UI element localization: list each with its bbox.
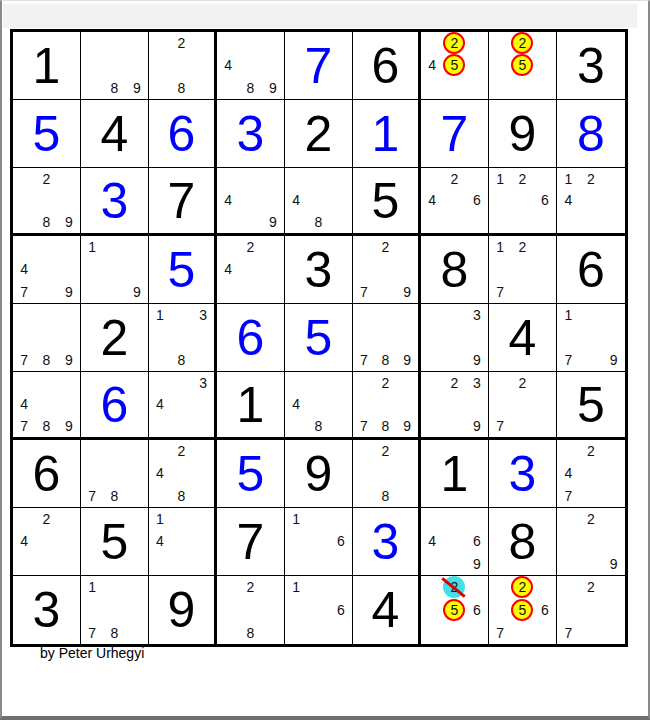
empty-candidate-slot [602,190,625,212]
empty-candidate-slot [35,326,57,348]
empty-candidate-slot [239,190,261,212]
candidate-2[interactable]: 2 [511,372,533,394]
candidate-3[interactable]: 3 [466,304,488,326]
cell-r9c4[interactable]: 28 [217,576,285,644]
cell-r5c8[interactable]: 4 [489,304,557,372]
empty-candidate-slot [35,258,57,280]
given-digit: 3 [285,236,352,303]
candidate-9[interactable]: 9 [466,349,488,371]
empty-candidate-slot [192,349,214,371]
empty-candidate-slot [149,415,171,437]
empty-candidate-slot [103,462,125,484]
empty-candidate-slot [375,326,397,348]
cell-r7c5[interactable]: 9 [285,440,353,508]
cell-r5c1[interactable]: 789 [13,304,81,372]
candidate-9[interactable]: 9 [58,349,80,371]
candidate-4[interactable]: 4 [13,530,35,552]
empty-candidate-slot [557,530,580,552]
empty-candidate-slot [466,394,488,416]
given-digit: 5 [353,168,418,233]
candidate-4[interactable]: 4 [557,190,580,212]
empty-candidate-slot [330,372,352,394]
cell-r6c5[interactable]: 48 [285,372,353,440]
cell-r7c8[interactable]: 3 [489,440,557,508]
cell-r7c9[interactable]: 247 [557,440,625,508]
empty-candidate-slot [375,304,397,326]
candidate-4[interactable]: 4 [217,54,239,76]
candidate-7[interactable]: 7 [81,485,103,507]
candidate-grid: 124 [557,168,625,233]
empty-candidate-slot [330,190,352,212]
cell-r1c1[interactable]: 1 [13,32,81,100]
highlighted-candidate-5[interactable]: 5 [511,599,533,621]
cell-r9c5[interactable]: 16 [285,576,353,644]
candidate-8[interactable]: 8 [35,415,57,437]
cell-r1c4[interactable]: 489 [217,32,285,100]
candidate-8[interactable]: 8 [103,485,125,507]
candidate-4[interactable]: 4 [421,530,443,552]
empty-candidate-slot [239,599,261,622]
candidate-2[interactable]: 2 [580,168,603,190]
empty-candidate-slot [330,394,352,416]
candidate-7[interactable]: 7 [557,349,580,371]
candidate-4[interactable]: 4 [421,54,443,76]
cell-r5c9[interactable]: 179 [557,304,625,372]
cell-r3c6[interactable]: 5 [353,168,421,236]
cell-r7c6[interactable]: 28 [353,440,421,508]
candidate-2[interactable]: 2 [171,440,193,462]
highlighted-candidate-5[interactable]: 5 [511,54,533,76]
empty-candidate-slot [602,621,625,644]
empty-candidate-slot [534,258,556,280]
solved-digit: 6 [217,304,284,371]
candidate-1[interactable]: 1 [489,236,511,258]
empty-candidate-slot [285,621,307,644]
empty-candidate-slot [58,190,80,212]
candidate-2[interactable]: 2 [239,576,261,599]
candidate-2[interactable]: 2 [239,236,261,258]
empty-candidate-slot [13,372,35,394]
candidate-2[interactable]: 2 [443,372,465,394]
cell-r1c5[interactable]: 7 [285,32,353,100]
candidate-6[interactable]: 6 [330,599,352,622]
candidate-8[interactable]: 8 [375,349,397,371]
candidate-grid: 479 [13,236,80,303]
candidate-9[interactable]: 9 [466,553,488,575]
cell-r6c9[interactable]: 5 [557,372,625,440]
candidate-8[interactable]: 8 [35,211,57,233]
empty-candidate-slot [466,576,488,599]
cell-r8c2[interactable]: 5 [81,508,149,576]
empty-candidate-slot [126,32,148,54]
empty-candidate-slot [149,372,171,394]
empty-candidate-slot [58,530,80,552]
candidate-4[interactable]: 4 [217,190,239,212]
empty-candidate-slot [285,553,307,575]
candidate-7[interactable]: 7 [13,281,35,303]
cell-r9c3[interactable]: 9 [149,576,217,644]
given-digit: 1 [217,372,284,437]
empty-candidate-slot [396,304,418,326]
cell-r6c2[interactable]: 6 [81,372,149,440]
candidate-8[interactable]: 8 [307,415,329,437]
cell-r1c7[interactable]: 245 [421,32,489,100]
cell-r7c4[interactable]: 5 [217,440,285,508]
cell-r8c9[interactable]: 29 [557,508,625,576]
cell-r6c6[interactable]: 2789 [353,372,421,440]
empty-candidate-slot [171,326,193,348]
empty-candidate-slot [511,211,533,233]
candidate-grid: 256 [421,576,488,644]
empty-candidate-slot [81,281,103,303]
given-digit: 6 [353,32,418,99]
cell-r6c7[interactable]: 239 [421,372,489,440]
candidate-grid: 48 [285,372,352,437]
empty-candidate-slot [307,553,329,575]
cell-r3c2[interactable]: 3 [81,168,149,236]
candidate-grid: 789 [13,304,80,371]
candidate-9[interactable]: 9 [126,77,148,99]
cell-r4c2[interactable]: 19 [81,236,149,304]
candidate-9[interactable]: 9 [58,211,80,233]
cell-r5c7[interactable]: 39 [421,304,489,372]
empty-candidate-slot [262,281,284,303]
empty-candidate-slot [58,236,80,258]
cell-r6c3[interactable]: 34 [149,372,217,440]
candidate-8[interactable]: 8 [307,211,329,233]
candidate-grid: 239 [421,372,488,437]
candidate-3[interactable]: 3 [192,372,214,394]
candidate-9[interactable]: 9 [126,281,148,303]
empty-candidate-slot [557,553,580,575]
cell-r2c6[interactable]: 1 [353,100,421,168]
candidate-2[interactable]: 2 [443,168,465,190]
empty-candidate-slot [149,32,171,54]
empty-candidate-slot [443,77,465,99]
cell-r2c5[interactable]: 2 [285,100,353,168]
highlighted-candidate-5[interactable]: 5 [443,54,465,76]
empty-candidate-slot [443,553,465,575]
empty-candidate-slot [58,372,80,394]
candidate-8[interactable]: 8 [239,621,261,644]
candidate-9[interactable]: 9 [396,349,418,371]
candidate-8[interactable]: 8 [171,349,193,371]
solved-digit: 6 [81,372,148,437]
cell-r9c7[interactable]: 256 [421,576,489,644]
candidate-8[interactable]: 8 [375,485,397,507]
cell-r1c9[interactable]: 3 [557,32,625,100]
empty-candidate-slot [217,168,239,190]
candidate-2[interactable]: 2 [35,508,57,530]
candidate-7[interactable]: 7 [13,349,35,371]
candidate-1[interactable]: 1 [489,168,511,190]
cell-r3c5[interactable]: 48 [285,168,353,236]
cell-r8c5[interactable]: 16 [285,508,353,576]
candidate-4[interactable]: 4 [13,258,35,280]
empty-candidate-slot [511,258,533,280]
candidate-1[interactable]: 1 [557,168,580,190]
cell-r3c8[interactable]: 126 [489,168,557,236]
empty-candidate-slot [58,168,80,190]
candidate-grid: 138 [149,304,214,371]
cell-r1c3[interactable]: 28 [149,32,217,100]
candidate-2[interactable]: 2 [35,168,57,190]
empty-candidate-slot [534,77,556,99]
candidate-9[interactable]: 9 [58,415,80,437]
cell-r8c8[interactable]: 8 [489,508,557,576]
solved-digit: 3 [353,508,418,575]
candidate-6[interactable]: 6 [534,599,556,622]
empty-candidate-slot [489,54,511,76]
candidate-3[interactable]: 3 [192,304,214,326]
empty-candidate-slot [443,326,465,348]
candidate-9[interactable]: 9 [602,553,625,575]
candidate-7[interactable]: 7 [557,621,580,644]
highlighted-candidate-2[interactable]: 2 [443,32,465,54]
empty-candidate-slot [375,258,397,280]
empty-candidate-slot [353,326,375,348]
empty-candidate-slot [557,576,580,599]
candidate-9[interactable]: 9 [262,77,284,99]
candidate-4[interactable]: 4 [149,394,171,416]
cell-r5c4[interactable]: 6 [217,304,285,372]
cell-r2c2[interactable]: 4 [81,100,149,168]
cell-r9c6[interactable]: 4 [353,576,421,644]
candidate-2[interactable]: 2 [511,576,533,599]
cell-r7c3[interactable]: 248 [149,440,217,508]
candidate-2[interactable]: 2 [580,508,603,530]
candidate-grid: 89 [81,32,148,99]
empty-candidate-slot [421,394,443,416]
candidate-2[interactable]: 2 [375,440,397,462]
empty-candidate-slot [396,326,418,348]
candidate-8[interactable]: 8 [103,621,125,644]
candidate-1[interactable]: 1 [285,508,307,530]
candidate-2[interactable]: 2 [511,32,533,54]
candidate-2[interactable]: 2 [443,32,465,54]
candidate-5[interactable]: 5 [443,599,465,622]
given-digit: 3 [13,576,80,644]
candidate-2[interactable]: 2 [375,372,397,394]
empty-candidate-slot [580,349,603,371]
given-digit: 9 [149,576,214,644]
given-digit: 4 [353,576,418,644]
cell-r4c4[interactable]: 24 [217,236,285,304]
candidate-1[interactable]: 1 [285,576,307,599]
cell-r5c6[interactable]: 789 [353,304,421,372]
candidate-8[interactable]: 8 [35,349,57,371]
highlighted-candidate-2[interactable]: 2 [511,576,533,598]
cell-r8c7[interactable]: 469 [421,508,489,576]
solved-digit: 1 [353,100,418,167]
candidate-9[interactable]: 9 [396,415,418,437]
candidate-9[interactable]: 9 [396,281,418,303]
cell-r6c1[interactable]: 4789 [13,372,81,440]
cell-r6c8[interactable]: 27 [489,372,557,440]
cell-r4c8[interactable]: 127 [489,236,557,304]
candidate-2[interactable]: 2 [511,236,533,258]
candidate-1[interactable]: 1 [149,508,171,530]
candidate-5[interactable]: 5 [511,599,533,622]
candidate-7[interactable]: 7 [353,349,375,371]
candidate-7[interactable]: 7 [353,281,375,303]
empty-candidate-slot [375,462,397,484]
candidate-grid: 28 [217,576,284,644]
cell-r4c6[interactable]: 279 [353,236,421,304]
cell-r1c2[interactable]: 89 [81,32,149,100]
empty-candidate-slot [35,394,57,416]
candidate-4[interactable]: 4 [285,394,307,416]
cell-r8c1[interactable]: 24 [13,508,81,576]
candidate-1[interactable]: 1 [149,304,171,326]
candidate-9[interactable]: 9 [262,211,284,233]
cell-r9c2[interactable]: 178 [81,576,149,644]
candidate-1[interactable]: 1 [81,576,103,599]
candidate-3[interactable]: 3 [466,372,488,394]
empty-candidate-slot [511,621,533,644]
empty-candidate-slot [192,508,214,530]
cell-r8c4[interactable]: 7 [217,508,285,576]
candidate-7[interactable]: 7 [353,415,375,437]
empty-candidate-slot [421,599,443,622]
cell-r3c1[interactable]: 289 [13,168,81,236]
candidate-4[interactable]: 4 [217,258,239,280]
empty-candidate-slot [217,281,239,303]
candidate-7[interactable]: 7 [13,415,35,437]
cell-r1c8[interactable]: 25 [489,32,557,100]
candidate-2[interactable]: 2 [443,576,465,599]
highlighted-candidate-2[interactable]: 2 [511,32,533,54]
empty-candidate-slot [192,530,214,552]
candidate-4[interactable]: 4 [421,190,443,212]
cell-r4c3[interactable]: 5 [149,236,217,304]
empty-candidate-slot [602,462,625,484]
cell-r2c9[interactable]: 8 [557,100,625,168]
empty-candidate-slot [35,304,57,326]
candidate-grid: 279 [353,236,418,303]
candidate-grid: 39 [421,304,488,371]
cell-r5c2[interactable]: 2 [81,304,149,372]
empty-candidate-slot [421,168,443,190]
cell-r2c8[interactable]: 9 [489,100,557,168]
candidate-6[interactable]: 6 [466,530,488,552]
candidate-6[interactable]: 6 [534,190,556,212]
empty-candidate-slot [192,326,214,348]
candidate-5[interactable]: 5 [511,54,533,76]
candidate-5[interactable]: 5 [443,54,465,76]
candidate-6[interactable]: 6 [466,190,488,212]
candidate-8[interactable]: 8 [103,77,125,99]
cell-r9c8[interactable]: 2567 [489,576,557,644]
empty-candidate-slot [171,462,193,484]
cell-r5c5[interactable]: 5 [285,304,353,372]
cell-r2c1[interactable]: 5 [13,100,81,168]
empty-candidate-slot [580,621,603,644]
candidate-1[interactable]: 1 [81,236,103,258]
candidate-9[interactable]: 9 [602,349,625,371]
cell-r2c7[interactable]: 7 [421,100,489,168]
cell-r7c2[interactable]: 78 [81,440,149,508]
candidate-2[interactable]: 2 [171,32,193,54]
candidate-8[interactable]: 8 [239,77,261,99]
cell-r4c5[interactable]: 3 [285,236,353,304]
cell-r5c3[interactable]: 138 [149,304,217,372]
empty-candidate-slot [217,236,239,258]
candidate-8[interactable]: 8 [375,415,397,437]
candidate-2[interactable]: 2 [580,440,603,462]
cell-r3c9[interactable]: 124 [557,168,625,236]
cell-r3c4[interactable]: 49 [217,168,285,236]
eliminated-candidate-2[interactable]: 2 [443,576,465,598]
empty-candidate-slot [580,599,603,622]
candidate-8[interactable]: 8 [171,77,193,99]
candidate-7[interactable]: 7 [489,415,511,437]
candidate-4[interactable]: 4 [13,394,35,416]
given-digit: 8 [489,508,556,575]
empty-candidate-slot [58,304,80,326]
empty-candidate-slot [489,372,511,394]
candidate-7[interactable]: 7 [489,621,511,644]
cell-r7c7[interactable]: 1 [421,440,489,508]
empty-candidate-slot [239,211,261,233]
cell-r2c4[interactable]: 3 [217,100,285,168]
empty-candidate-slot [557,326,580,348]
candidate-grid: 29 [557,508,625,575]
candidate-4[interactable]: 4 [149,462,171,484]
candidate-2[interactable]: 2 [375,236,397,258]
empty-candidate-slot [58,553,80,575]
cell-r2c3[interactable]: 6 [149,100,217,168]
cell-r3c3[interactable]: 7 [149,168,217,236]
candidate-8[interactable]: 8 [171,485,193,507]
given-digit: 6 [557,236,625,303]
empty-candidate-slot [534,621,556,644]
empty-candidate-slot [489,599,511,622]
cell-r8c3[interactable]: 14 [149,508,217,576]
cell-r4c7[interactable]: 8 [421,236,489,304]
candidate-2[interactable]: 2 [580,576,603,599]
highlighted-candidate-5[interactable]: 5 [443,599,465,621]
candidate-4[interactable]: 4 [557,462,580,484]
cell-r4c9[interactable]: 6 [557,236,625,304]
candidate-grid: 28 [149,32,214,99]
candidate-7[interactable]: 7 [489,281,511,303]
cell-r7c1[interactable]: 6 [13,440,81,508]
candidate-7[interactable]: 7 [81,621,103,644]
candidate-9[interactable]: 9 [58,281,80,303]
empty-candidate-slot [421,32,443,54]
candidate-2[interactable]: 2 [511,168,533,190]
cell-r3c7[interactable]: 246 [421,168,489,236]
empty-candidate-slot [103,32,125,54]
candidate-4[interactable]: 4 [149,530,171,552]
empty-candidate-slot [307,576,329,599]
candidate-4[interactable]: 4 [285,190,307,212]
cell-r8c6[interactable]: 3 [353,508,421,576]
candidate-6[interactable]: 6 [330,530,352,552]
cell-r4c1[interactable]: 479 [13,236,81,304]
candidate-6[interactable]: 6 [466,599,488,622]
candidate-7[interactable]: 7 [557,485,580,507]
empty-candidate-slot [580,190,603,212]
empty-candidate-slot [149,440,171,462]
cell-r9c1[interactable]: 3 [13,576,81,644]
cell-r9c9[interactable]: 27 [557,576,625,644]
cell-r6c4[interactable]: 1 [217,372,285,440]
candidate-9[interactable]: 9 [466,415,488,437]
candidate-1[interactable]: 1 [557,304,580,326]
cell-r1c6[interactable]: 6 [353,32,421,100]
